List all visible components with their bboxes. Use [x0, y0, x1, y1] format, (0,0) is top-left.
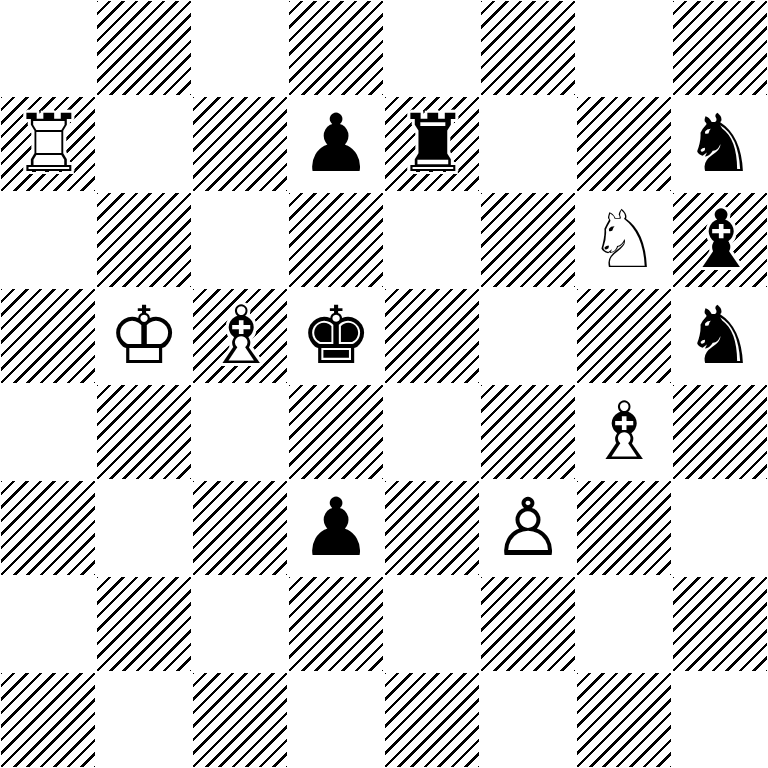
square-g3[interactable]: [576, 480, 672, 576]
black-rook-e7[interactable]: ♜♜: [385, 96, 479, 192]
square-g1[interactable]: [576, 672, 672, 768]
square-g8[interactable]: [576, 0, 672, 96]
square-h1[interactable]: [672, 672, 768, 768]
piece-glyph: ♝: [673, 192, 768, 288]
square-g7[interactable]: [576, 96, 672, 192]
square-f8[interactable]: [480, 0, 576, 96]
square-d3[interactable]: ♟♟: [288, 480, 384, 576]
black-knight-h5[interactable]: ♞♞: [672, 288, 768, 384]
square-c2[interactable]: [192, 576, 288, 672]
square-c1[interactable]: [192, 672, 288, 768]
white-pawn-f3[interactable]: ♟♙: [480, 480, 576, 576]
square-e8[interactable]: [384, 0, 480, 96]
square-a2[interactable]: [0, 576, 96, 672]
square-h6[interactable]: ♝♝: [672, 192, 768, 288]
chess-board: ♜♖♟♟♜♜♞♞♞♘♝♝♚♔♝♗♚♚♞♞♝♗♟♟♟♙: [0, 0, 768, 768]
square-f4[interactable]: [480, 384, 576, 480]
square-a7[interactable]: ♜♖: [0, 96, 96, 192]
square-a6[interactable]: [0, 192, 96, 288]
piece-glyph: ♔: [96, 288, 192, 384]
piece-glyph: ♚: [288, 288, 384, 384]
square-e1[interactable]: [384, 672, 480, 768]
square-c3[interactable]: [192, 480, 288, 576]
black-pawn-d3[interactable]: ♟♟: [288, 480, 384, 576]
square-b5[interactable]: ♚♔: [96, 288, 192, 384]
piece-glyph: ♘: [576, 192, 672, 288]
square-f5[interactable]: [480, 288, 576, 384]
square-c5[interactable]: ♝♗: [192, 288, 288, 384]
piece-glyph: ♞: [672, 288, 768, 384]
square-d2[interactable]: [288, 576, 384, 672]
square-d4[interactable]: [288, 384, 384, 480]
square-f2[interactable]: [480, 576, 576, 672]
square-d7[interactable]: ♟♟: [288, 96, 384, 192]
piece-glyph: ♖: [1, 96, 97, 192]
piece-glyph: ♟: [288, 96, 384, 192]
square-e5[interactable]: [384, 288, 480, 384]
square-a1[interactable]: [0, 672, 96, 768]
white-rook-a7[interactable]: ♜♖: [1, 96, 95, 192]
piece-glyph: ♟: [288, 480, 384, 576]
piece-glyph: ♗: [576, 384, 672, 480]
square-d8[interactable]: [288, 0, 384, 96]
square-h2[interactable]: [672, 576, 768, 672]
black-bishop-h6[interactable]: ♝♝: [673, 192, 767, 288]
square-a3[interactable]: [0, 480, 96, 576]
white-king-b5[interactable]: ♚♔: [96, 288, 192, 384]
square-g4[interactable]: ♝♗: [576, 384, 672, 480]
square-e3[interactable]: [384, 480, 480, 576]
square-h8[interactable]: [672, 0, 768, 96]
square-d6[interactable]: [288, 192, 384, 288]
square-b4[interactable]: [96, 384, 192, 480]
square-e4[interactable]: [384, 384, 480, 480]
square-e7[interactable]: ♜♜: [384, 96, 480, 192]
square-h5[interactable]: ♞♞: [672, 288, 768, 384]
square-a8[interactable]: [0, 0, 96, 96]
square-a5[interactable]: [0, 288, 96, 384]
white-knight-g6[interactable]: ♞♘: [576, 192, 672, 288]
white-bishop-c5[interactable]: ♝♗: [193, 288, 287, 384]
square-b7[interactable]: [96, 96, 192, 192]
square-h7[interactable]: ♞♞: [672, 96, 768, 192]
square-e6[interactable]: [384, 192, 480, 288]
black-king-d5[interactable]: ♚♚: [288, 288, 384, 384]
square-b8[interactable]: [96, 0, 192, 96]
square-f1[interactable]: [480, 672, 576, 768]
piece-glyph: ♗: [193, 288, 289, 384]
square-b3[interactable]: [96, 480, 192, 576]
square-f7[interactable]: [480, 96, 576, 192]
piece-glyph: ♜: [385, 96, 481, 192]
square-c6[interactable]: [192, 192, 288, 288]
square-h4[interactable]: [672, 384, 768, 480]
square-f6[interactable]: [480, 192, 576, 288]
square-h3[interactable]: [672, 480, 768, 576]
square-c7[interactable]: [192, 96, 288, 192]
square-d5[interactable]: ♚♚: [288, 288, 384, 384]
square-b6[interactable]: [96, 192, 192, 288]
square-b1[interactable]: [96, 672, 192, 768]
square-c4[interactable]: [192, 384, 288, 480]
white-bishop-g4[interactable]: ♝♗: [576, 384, 672, 480]
square-e2[interactable]: [384, 576, 480, 672]
square-g5[interactable]: [576, 288, 672, 384]
square-f3[interactable]: ♟♙: [480, 480, 576, 576]
square-a4[interactable]: [0, 384, 96, 480]
square-g6[interactable]: ♞♘: [576, 192, 672, 288]
black-knight-h7[interactable]: ♞♞: [672, 96, 768, 192]
square-d1[interactable]: [288, 672, 384, 768]
black-pawn-d7[interactable]: ♟♟: [288, 96, 384, 192]
square-g2[interactable]: [576, 576, 672, 672]
square-c8[interactable]: [192, 0, 288, 96]
square-b2[interactable]: [96, 576, 192, 672]
piece-glyph: ♙: [480, 480, 576, 576]
piece-glyph: ♞: [672, 96, 768, 192]
